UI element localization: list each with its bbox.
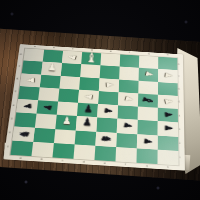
black-knight[interactable]: ♞ <box>16 128 31 139</box>
rank-label: 1 <box>7 146 9 149</box>
square-e6[interactable]: ♟ <box>99 78 119 92</box>
square-c7[interactable] <box>61 63 81 77</box>
rank-label: 7 <box>18 66 20 68</box>
square-b3[interactable] <box>35 114 57 129</box>
square-d8[interactable]: ♝ <box>81 52 101 65</box>
square-e4[interactable]: ♟ <box>97 104 118 119</box>
black-pawn[interactable]: ♟ <box>42 103 54 111</box>
photo-scene: ♟♝♟♟♟♟♟♟♟♝♟♟♟♟♟♟♟♟♟♟♞♞♟ 8877665544332211… <box>0 0 200 200</box>
square-b2[interactable] <box>33 127 55 142</box>
square-f2[interactable] <box>116 133 137 149</box>
rank-label: 8 <box>178 63 180 65</box>
square-f3[interactable]: ♟ <box>117 119 138 134</box>
rank-label: 8 <box>20 53 22 55</box>
file-label: d <box>83 161 85 164</box>
square-h2[interactable] <box>158 135 179 151</box>
square-c1[interactable] <box>52 143 74 159</box>
square-e3[interactable] <box>96 117 117 132</box>
file-label: h <box>167 166 169 169</box>
square-b6[interactable] <box>40 74 61 88</box>
square-b1[interactable] <box>31 142 53 158</box>
rank-label: 1 <box>179 157 181 160</box>
black-pawn[interactable]: ♟ <box>163 112 173 119</box>
rank-label: 6 <box>178 88 180 90</box>
black-pawn[interactable]: ♟ <box>163 125 173 132</box>
black-knight[interactable]: ♞ <box>99 133 114 144</box>
square-h6[interactable] <box>158 82 178 96</box>
file-label: e <box>104 162 106 165</box>
rank-label: 3 <box>11 118 13 120</box>
rank-label: 6 <box>16 78 18 80</box>
file-label: c <box>72 48 74 50</box>
rank-label: 2 <box>9 132 11 134</box>
square-e7[interactable] <box>100 65 120 79</box>
black-pawn[interactable]: ♟ <box>102 107 113 115</box>
square-e5[interactable] <box>98 91 119 105</box>
file-label: a <box>34 46 36 48</box>
square-g2[interactable]: ♟ <box>137 134 158 150</box>
square-c5[interactable] <box>58 88 79 102</box>
file-label: a <box>19 157 21 160</box>
white-pawn[interactable]: ♟ <box>162 98 173 105</box>
square-a5[interactable] <box>18 86 40 100</box>
black-pawn[interactable]: ♟ <box>142 137 153 145</box>
black-pawn[interactable]: ♟ <box>83 104 93 115</box>
square-a1[interactable] <box>10 140 33 156</box>
board-border: ♟♝♟♟♟♟♟♟♟♝♟♟♟♟♟♟♟♟♟♟♞♞♟ 8877665544332211… <box>3 44 184 170</box>
white-pawn[interactable]: ♟ <box>47 62 56 72</box>
rank-label: 4 <box>13 104 15 106</box>
square-f7[interactable] <box>119 67 139 81</box>
square-g6[interactable] <box>138 80 158 94</box>
square-c2[interactable] <box>54 129 76 144</box>
white-pawn[interactable]: ♟ <box>67 54 78 61</box>
square-f4[interactable] <box>117 105 138 120</box>
square-g1[interactable] <box>136 148 157 164</box>
rank-label: 4 <box>178 115 180 117</box>
square-h8[interactable] <box>158 57 177 70</box>
white-pawn[interactable]: ♟ <box>123 95 134 103</box>
square-b5[interactable] <box>38 87 59 101</box>
square-f5[interactable]: ♟ <box>118 92 138 106</box>
square-f1[interactable] <box>115 147 136 163</box>
square-h1[interactable] <box>157 149 178 165</box>
file-label: b <box>53 47 55 49</box>
square-d1[interactable] <box>73 144 95 160</box>
square-h4[interactable]: ♟ <box>158 108 178 123</box>
rank-label: 2 <box>179 142 181 144</box>
file-label: f <box>125 163 126 166</box>
black-pawn[interactable]: ♟ <box>22 102 32 109</box>
file-label: c <box>62 159 64 162</box>
white-pawn[interactable]: ♟ <box>104 82 114 88</box>
black-pawn[interactable]: ♟ <box>122 122 133 130</box>
square-d7[interactable] <box>80 64 100 78</box>
square-e8[interactable] <box>100 53 120 66</box>
white-pawn[interactable]: ♟ <box>83 93 94 101</box>
file-label: f <box>129 52 130 54</box>
square-d2[interactable] <box>75 130 97 145</box>
square-a6[interactable]: ♟ <box>20 73 41 87</box>
square-g4[interactable] <box>138 107 158 122</box>
white-pawn[interactable]: ♟ <box>143 71 154 79</box>
square-f6[interactable] <box>119 79 139 93</box>
square-b4[interactable]: ♟ <box>37 100 59 115</box>
square-g5[interactable]: ♝ <box>138 93 158 107</box>
black-pawn[interactable]: ♟ <box>82 117 92 128</box>
rank-label: 5 <box>178 101 180 103</box>
square-b7[interactable]: ♟ <box>41 62 62 76</box>
file-label: e <box>110 50 112 52</box>
square-a3[interactable] <box>14 112 36 127</box>
square-c3[interactable]: ♟ <box>55 115 77 130</box>
square-g7[interactable]: ♟ <box>139 68 159 82</box>
file-label: b <box>41 158 43 161</box>
white-pawn[interactable]: ♟ <box>26 77 35 83</box>
file-label: h <box>167 54 169 56</box>
square-a7[interactable] <box>22 61 43 75</box>
chessboard: ♟♝♟♟♟♟♟♟♟♝♟♟♟♟♟♟♟♟♟♟♞♞♟ 8877665544332211… <box>3 44 184 170</box>
square-e1[interactable] <box>94 146 116 162</box>
square-e2[interactable]: ♞ <box>95 131 116 146</box>
rank-label: 3 <box>179 128 181 130</box>
square-h3[interactable]: ♟ <box>158 121 178 136</box>
white-pawn[interactable]: ♟ <box>163 72 173 79</box>
white-pawn[interactable]: ♟ <box>61 116 71 127</box>
square-g8[interactable] <box>139 56 158 69</box>
square-a4[interactable]: ♟ <box>16 99 38 114</box>
square-g3[interactable] <box>137 120 158 135</box>
file-label: g <box>148 53 150 55</box>
square-d3[interactable]: ♟ <box>76 116 97 131</box>
square-c6[interactable] <box>59 76 80 90</box>
square-h5[interactable]: ♟ <box>158 95 178 109</box>
board-grid[interactable]: ♟♝♟♟♟♟♟♟♟♝♟♟♟♟♟♟♟♟♟♟♞♞♟ <box>10 48 178 165</box>
rank-label: 5 <box>14 91 16 93</box>
rank-label: 7 <box>178 76 180 78</box>
square-a2[interactable]: ♞ <box>12 126 34 141</box>
white-bishop[interactable]: ♝ <box>85 50 98 64</box>
square-h7[interactable]: ♟ <box>158 69 177 83</box>
file-label: g <box>146 165 148 168</box>
square-d6[interactable] <box>79 77 100 91</box>
black-bishop[interactable]: ♝ <box>140 94 156 106</box>
